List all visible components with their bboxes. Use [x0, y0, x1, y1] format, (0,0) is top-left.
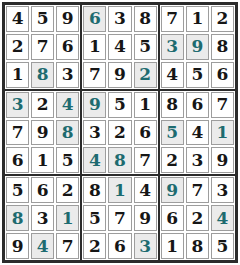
cell-r5c4[interactable]: 3 [83, 120, 106, 146]
cell-r3c8[interactable]: 5 [186, 62, 209, 88]
cell-r2c4[interactable]: 1 [83, 34, 106, 60]
cell-r3c1[interactable]: 1 [6, 62, 29, 88]
cell-r3c6[interactable]: 2 [134, 62, 157, 88]
sudoku-box-1: 459276183 [5, 5, 80, 89]
cell-r5c1[interactable]: 7 [6, 120, 29, 146]
cell-r3c9[interactable]: 6 [211, 62, 234, 88]
cell-r5c7[interactable]: 5 [161, 120, 184, 146]
cell-r4c3[interactable]: 4 [56, 92, 79, 118]
cell-r5c9[interactable]: 1 [211, 120, 234, 146]
cell-r5c6[interactable]: 6 [134, 120, 157, 146]
cell-r8c2[interactable]: 3 [31, 205, 54, 231]
cell-r7c2[interactable]: 6 [31, 177, 54, 203]
cell-r6c8[interactable]: 3 [186, 147, 209, 173]
cell-r4c1[interactable]: 3 [6, 92, 29, 118]
cell-r7c6[interactable]: 4 [134, 177, 157, 203]
cell-r6c4[interactable]: 4 [83, 147, 106, 173]
cell-r9c9[interactable]: 5 [211, 233, 234, 259]
cell-r1c2[interactable]: 5 [31, 6, 54, 32]
sudoku-box-4: 324798615 [5, 91, 80, 175]
sudoku-box-7: 562831947 [5, 176, 80, 260]
cell-r9c4[interactable]: 2 [83, 233, 106, 259]
cell-r2c9[interactable]: 8 [211, 34, 234, 60]
cell-r8c4[interactable]: 5 [83, 205, 106, 231]
cell-r2c7[interactable]: 3 [161, 34, 184, 60]
sudoku-box-9: 973624185 [160, 176, 235, 260]
cell-r1c4[interactable]: 6 [83, 6, 106, 32]
cell-r2c6[interactable]: 5 [134, 34, 157, 60]
cell-r4c9[interactable]: 7 [211, 92, 234, 118]
cell-r6c1[interactable]: 6 [6, 147, 29, 173]
sudoku-box-3: 712398456 [160, 5, 235, 89]
sudoku-box-8: 814579263 [82, 176, 157, 260]
cell-r6c5[interactable]: 8 [108, 147, 131, 173]
cell-r8c7[interactable]: 6 [161, 205, 184, 231]
cell-r8c8[interactable]: 2 [186, 205, 209, 231]
cell-r6c7[interactable]: 2 [161, 147, 184, 173]
cell-r5c2[interactable]: 9 [31, 120, 54, 146]
sudoku-box-6: 867541239 [160, 91, 235, 175]
cell-r8c5[interactable]: 7 [108, 205, 131, 231]
cell-r6c9[interactable]: 9 [211, 147, 234, 173]
cell-r8c9[interactable]: 4 [211, 205, 234, 231]
cell-r4c8[interactable]: 6 [186, 92, 209, 118]
cell-r6c6[interactable]: 7 [134, 147, 157, 173]
cell-r8c3[interactable]: 1 [56, 205, 79, 231]
cell-r4c5[interactable]: 5 [108, 92, 131, 118]
cell-r1c8[interactable]: 1 [186, 6, 209, 32]
cell-r1c7[interactable]: 7 [161, 6, 184, 32]
cell-r9c6[interactable]: 3 [134, 233, 157, 259]
cell-r4c2[interactable]: 2 [31, 92, 54, 118]
cell-r8c6[interactable]: 9 [134, 205, 157, 231]
cell-r9c3[interactable]: 7 [56, 233, 79, 259]
cell-r7c3[interactable]: 2 [56, 177, 79, 203]
cell-r1c3[interactable]: 9 [56, 6, 79, 32]
sudoku-box-5: 951326487 [82, 91, 157, 175]
cell-r7c9[interactable]: 3 [211, 177, 234, 203]
cell-r4c7[interactable]: 8 [161, 92, 184, 118]
cell-r1c1[interactable]: 4 [6, 6, 29, 32]
cell-r3c2[interactable]: 8 [31, 62, 54, 88]
cell-r7c7[interactable]: 9 [161, 177, 184, 203]
cell-r8c1[interactable]: 8 [6, 205, 29, 231]
cell-r9c1[interactable]: 9 [6, 233, 29, 259]
cell-r1c9[interactable]: 2 [211, 6, 234, 32]
cell-r2c8[interactable]: 9 [186, 34, 209, 60]
cell-r9c5[interactable]: 6 [108, 233, 131, 259]
cell-r1c6[interactable]: 8 [134, 6, 157, 32]
cell-r7c4[interactable]: 8 [83, 177, 106, 203]
sudoku-box-2: 638145792 [82, 5, 157, 89]
cell-r9c8[interactable]: 8 [186, 233, 209, 259]
cell-r9c2[interactable]: 4 [31, 233, 54, 259]
cell-r1c5[interactable]: 3 [108, 6, 131, 32]
cell-r2c1[interactable]: 2 [6, 34, 29, 60]
cell-r3c5[interactable]: 9 [108, 62, 131, 88]
cell-r9c7[interactable]: 1 [161, 233, 184, 259]
cell-r6c3[interactable]: 5 [56, 147, 79, 173]
cell-r7c1[interactable]: 5 [6, 177, 29, 203]
cell-r2c5[interactable]: 4 [108, 34, 131, 60]
cell-r3c7[interactable]: 4 [161, 62, 184, 88]
sudoku-board: 4592761836381457927123984563247986159513… [2, 2, 238, 263]
cell-r5c3[interactable]: 8 [56, 120, 79, 146]
cell-r7c5[interactable]: 1 [108, 177, 131, 203]
cell-r3c3[interactable]: 3 [56, 62, 79, 88]
cell-r3c4[interactable]: 7 [83, 62, 106, 88]
cell-r2c2[interactable]: 7 [31, 34, 54, 60]
cell-r6c2[interactable]: 1 [31, 147, 54, 173]
cell-r4c6[interactable]: 1 [134, 92, 157, 118]
cell-r2c3[interactable]: 6 [56, 34, 79, 60]
cell-r5c8[interactable]: 4 [186, 120, 209, 146]
cell-r7c8[interactable]: 7 [186, 177, 209, 203]
cell-r4c4[interactable]: 9 [83, 92, 106, 118]
cell-r5c5[interactable]: 2 [108, 120, 131, 146]
